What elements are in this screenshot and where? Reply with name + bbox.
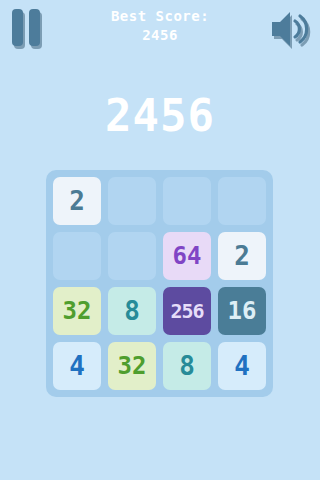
tile-64: 64 xyxy=(163,232,211,280)
tile-16: 16 xyxy=(218,287,266,335)
cell-empty xyxy=(108,177,156,225)
pause-icon xyxy=(29,9,40,46)
cell-empty xyxy=(108,232,156,280)
tile-2: 2 xyxy=(53,177,101,225)
sound-button[interactable] xyxy=(269,8,313,50)
tile-32: 32 xyxy=(108,342,156,390)
best-score-value: 2456 xyxy=(60,26,260,45)
best-score-label: Best Score: xyxy=(60,7,260,26)
tile-256: 256 xyxy=(163,287,211,335)
cell-empty xyxy=(53,232,101,280)
current-score: 2456 xyxy=(0,90,320,141)
board[interactable]: 26423282561643284 xyxy=(46,170,273,397)
best-score-display: Best Score: 2456 xyxy=(60,7,260,45)
cell-empty xyxy=(218,177,266,225)
tile-8: 8 xyxy=(108,287,156,335)
pause-icon xyxy=(12,9,23,46)
tile-4: 4 xyxy=(53,342,101,390)
tile-4: 4 xyxy=(218,342,266,390)
tile-32: 32 xyxy=(53,287,101,335)
tile-8: 8 xyxy=(163,342,211,390)
header-bar: Best Score: 2456 xyxy=(0,0,320,56)
cell-empty xyxy=(163,177,211,225)
tile-2: 2 xyxy=(218,232,266,280)
speaker-icon xyxy=(269,8,313,50)
pause-button[interactable] xyxy=(12,9,42,49)
